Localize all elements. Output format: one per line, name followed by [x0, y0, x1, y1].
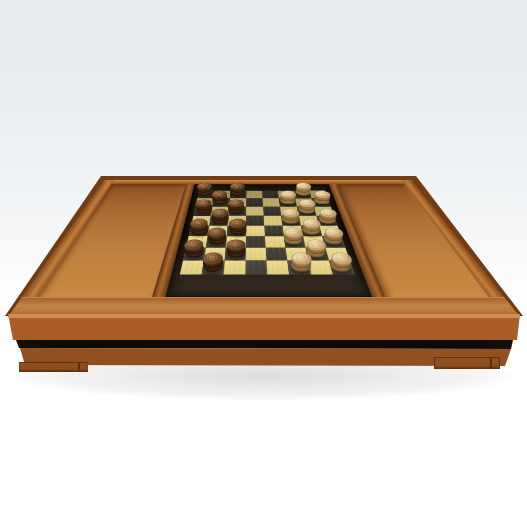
board-square: [246, 191, 262, 199]
board-square: [228, 207, 246, 216]
board-square: [227, 226, 246, 237]
checker-piece-dark: [197, 190, 213, 197]
checker-piece-light: [281, 217, 299, 226]
board-square: [246, 236, 266, 248]
checker-piece-dark: [195, 207, 212, 215]
checker-piece-dark: [212, 217, 230, 226]
piece-top-face: [282, 209, 300, 218]
piece-top-face: [230, 183, 245, 190]
board-square: [287, 261, 311, 275]
checker-piece-dark: [228, 207, 244, 215]
checker-piece-light: [295, 190, 311, 197]
board-square: [301, 226, 322, 237]
perspective-wrapper: [8, 0, 520, 317]
checker-piece-dark: [229, 227, 247, 237]
board-square: [206, 236, 227, 248]
case-front-rail: [8, 297, 520, 317]
board-square: [225, 248, 246, 261]
checker-piece-dark: [190, 227, 209, 237]
board-square: [246, 248, 267, 261]
board-square: [264, 216, 283, 226]
case-top-surface: [8, 180, 520, 317]
checker-piece-light: [290, 261, 312, 274]
board-square: [262, 191, 279, 199]
board-square: [230, 191, 246, 199]
checker-piece-light: [283, 236, 303, 247]
foot-notch: [78, 362, 80, 372]
board-square: [189, 226, 210, 237]
board-square: [266, 261, 289, 275]
board-square: [209, 216, 228, 226]
board-square: [246, 216, 264, 226]
board-square: [297, 207, 316, 216]
checker-piece-light: [298, 207, 316, 215]
checker-piece-dark: [212, 198, 228, 206]
piece-top-face: [280, 191, 297, 199]
photo-stage: [0, 0, 527, 527]
checker-piece-dark: [203, 261, 224, 274]
checker-piece-light: [280, 198, 297, 206]
piece-top-face: [284, 228, 304, 238]
board-square: [263, 207, 281, 216]
board-square: [264, 226, 284, 237]
board-square: [281, 216, 301, 226]
board-square: [329, 261, 355, 275]
checker-piece-light: [301, 227, 321, 237]
board-square: [224, 261, 246, 275]
board-square: [246, 226, 265, 237]
board-square: [202, 261, 225, 275]
checker-piece-dark: [208, 236, 227, 247]
checker-piece-dark: [230, 190, 245, 197]
board-square: [193, 207, 212, 216]
board-square: [180, 261, 204, 275]
board-square: [279, 198, 297, 206]
checkerboard: [180, 191, 355, 275]
foot-notch: [490, 357, 492, 369]
board-square: [245, 261, 267, 275]
board-square: [263, 198, 280, 206]
board-square: [246, 198, 263, 206]
checker-piece-dark: [226, 248, 245, 260]
case-right-foot: [434, 357, 500, 369]
board-square: [284, 236, 306, 248]
piece-top-face: [229, 219, 247, 229]
board-square: [246, 207, 264, 216]
board-square: [266, 248, 288, 261]
case-left-foot: [19, 362, 88, 372]
checker-piece-light: [328, 261, 352, 274]
